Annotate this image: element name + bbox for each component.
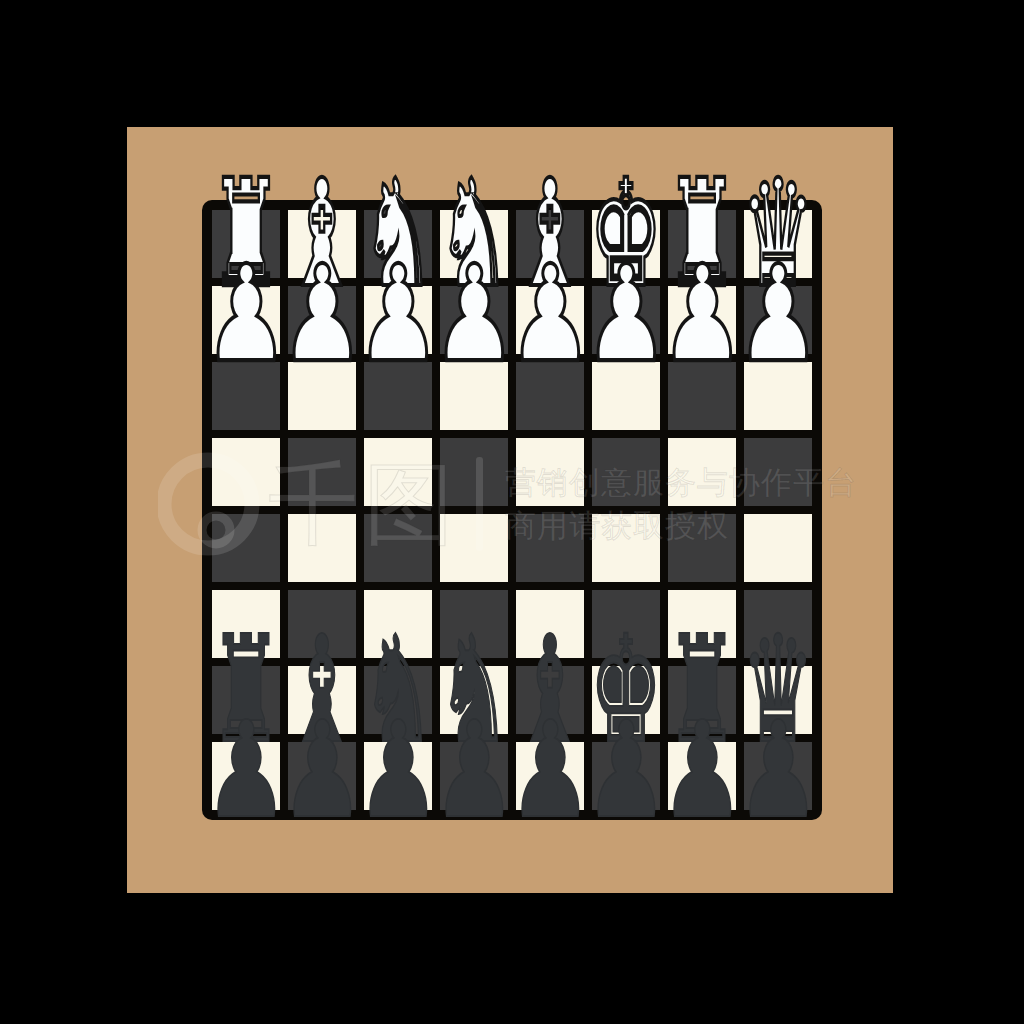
white-pawn[interactable]: ♟ [356,248,441,381]
square-c4[interactable] [364,514,432,582]
white-pawn[interactable]: ♟ [204,248,289,381]
black-pawn[interactable]: ♟ [584,704,669,837]
square-g5[interactable] [668,438,736,506]
square-h4[interactable] [744,514,812,582]
stage: ♜♝♞♞♝♚♜♛♟♟♟♟♟♟♟♟♜♝♞♞♝♚♜♛♟♟♟♟♟♟♟♟ 千图 营销创意… [0,0,1024,1024]
square-e1[interactable]: ♟ [516,742,584,810]
black-pawn[interactable]: ♟ [660,704,745,837]
square-g4[interactable] [668,514,736,582]
square-f7[interactable]: ♟ [592,286,660,354]
square-f5[interactable] [592,438,660,506]
square-g1[interactable]: ♟ [668,742,736,810]
black-pawn[interactable]: ♟ [280,704,365,837]
black-pawn[interactable]: ♟ [508,704,593,837]
square-e7[interactable]: ♟ [516,286,584,354]
square-b7[interactable]: ♟ [288,286,356,354]
black-pawn[interactable]: ♟ [356,704,441,837]
square-c5[interactable] [364,438,432,506]
square-f1[interactable]: ♟ [592,742,660,810]
square-d4[interactable] [440,514,508,582]
white-pawn[interactable]: ♟ [280,248,365,381]
black-pawn[interactable]: ♟ [736,704,821,837]
square-b4[interactable] [288,514,356,582]
square-h5[interactable] [744,438,812,506]
board-mat: ♜♝♞♞♝♚♜♛♟♟♟♟♟♟♟♟♜♝♞♞♝♚♜♛♟♟♟♟♟♟♟♟ [127,127,893,893]
white-pawn[interactable]: ♟ [736,248,821,381]
square-a5[interactable] [212,438,280,506]
black-pawn[interactable]: ♟ [432,704,517,837]
square-c7[interactable]: ♟ [364,286,432,354]
board: ♜♝♞♞♝♚♜♛♟♟♟♟♟♟♟♟♜♝♞♞♝♚♜♛♟♟♟♟♟♟♟♟ [202,200,822,820]
square-h7[interactable]: ♟ [744,286,812,354]
square-a1[interactable]: ♟ [212,742,280,810]
square-d1[interactable]: ♟ [440,742,508,810]
white-pawn[interactable]: ♟ [432,248,517,381]
square-a7[interactable]: ♟ [212,286,280,354]
square-g7[interactable]: ♟ [668,286,736,354]
white-pawn[interactable]: ♟ [660,248,745,381]
square-c1[interactable]: ♟ [364,742,432,810]
square-f4[interactable] [592,514,660,582]
square-h1[interactable]: ♟ [744,742,812,810]
white-pawn[interactable]: ♟ [508,248,593,381]
square-e4[interactable] [516,514,584,582]
white-pawn[interactable]: ♟ [584,248,669,381]
black-pawn[interactable]: ♟ [204,704,289,837]
square-d7[interactable]: ♟ [440,286,508,354]
square-a4[interactable] [212,514,280,582]
square-d5[interactable] [440,438,508,506]
square-b5[interactable] [288,438,356,506]
square-e5[interactable] [516,438,584,506]
square-b1[interactable]: ♟ [288,742,356,810]
